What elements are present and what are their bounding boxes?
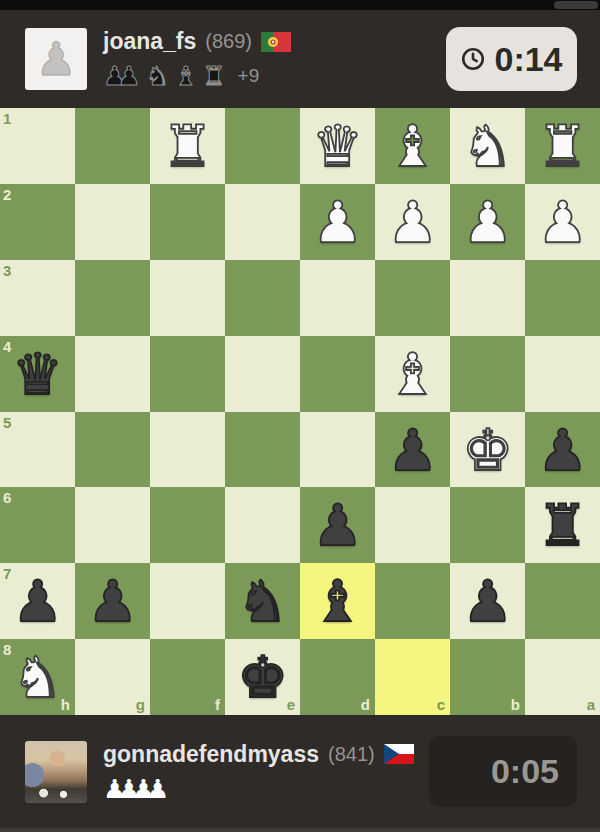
square-g4[interactable]	[75, 336, 150, 412]
square-d4[interactable]	[300, 336, 375, 412]
captured-black-knight: ♞	[146, 62, 169, 90]
white-bishop[interactable]: ♝	[375, 336, 450, 412]
bottom-player-avatar[interactable]	[25, 741, 87, 803]
square-e7[interactable]: ♞	[225, 563, 300, 639]
bottom-edge-strip	[0, 828, 600, 832]
top-player-clock: 0:14	[446, 27, 577, 91]
white-bishop[interactable]: ♝	[375, 108, 450, 184]
file-label-g: g	[136, 696, 145, 713]
square-c8[interactable]: c	[375, 639, 450, 715]
rank-label-2: 2	[3, 186, 11, 203]
czech-republic-flag-icon	[384, 744, 414, 764]
square-f5[interactable]	[150, 412, 225, 488]
captured-black-pawn: ♟	[117, 62, 140, 90]
file-label-b: b	[511, 696, 520, 713]
square-b8[interactable]: b	[450, 639, 525, 715]
square-b3[interactable]	[450, 260, 525, 336]
square-a8[interactable]: a	[525, 639, 600, 715]
square-h6[interactable]: 6	[0, 487, 75, 563]
square-h5[interactable]: 5	[0, 412, 75, 488]
chess-board: 1♜♛♝♞♜2♟♟♟♟3♛4♝5♟♚♟6♟♜♟7♟♞♝♟♞8hgf♚edcba	[0, 108, 600, 715]
square-b2[interactable]: ♟	[450, 184, 525, 260]
white-knight[interactable]: ♞	[450, 108, 525, 184]
white-queen[interactable]: ♛	[300, 108, 375, 184]
black-rook[interactable]: ♜	[525, 487, 600, 563]
black-pawn[interactable]: ♟	[525, 412, 600, 488]
square-c4[interactable]: ♝	[375, 336, 450, 412]
white-pawn[interactable]: ♟	[375, 184, 450, 260]
square-f7[interactable]	[150, 563, 225, 639]
top-clock-time: 0:14	[494, 40, 562, 79]
square-c3[interactable]	[375, 260, 450, 336]
square-b1[interactable]: ♞	[450, 108, 525, 184]
square-f3[interactable]	[150, 260, 225, 336]
square-a7[interactable]	[525, 563, 600, 639]
square-f8[interactable]: f	[150, 639, 225, 715]
square-b4[interactable]	[450, 336, 525, 412]
file-label-f: f	[215, 696, 220, 713]
rank-label-1: 1	[3, 110, 11, 127]
square-h3[interactable]: 3	[0, 260, 75, 336]
black-pawn[interactable]: ♟	[375, 412, 450, 488]
square-e6[interactable]	[225, 487, 300, 563]
square-f1[interactable]: ♜	[150, 108, 225, 184]
square-h7[interactable]: ♟7	[0, 563, 75, 639]
square-d1[interactable]: ♛	[300, 108, 375, 184]
square-g3[interactable]	[75, 260, 150, 336]
square-b5[interactable]: ♚	[450, 412, 525, 488]
square-e8[interactable]: ♚e	[225, 639, 300, 715]
square-g8[interactable]: g	[75, 639, 150, 715]
square-d3[interactable]	[300, 260, 375, 336]
square-b6[interactable]	[450, 487, 525, 563]
rank-label-7: 7	[3, 565, 11, 582]
file-label-d: d	[361, 696, 370, 713]
square-e3[interactable]	[225, 260, 300, 336]
captured-black-rook: ♜	[202, 62, 225, 90]
top-player-bar: ♟ joana_fs (869) ♟♟♞♝♜ +9 0:14	[0, 10, 600, 108]
white-rook[interactable]: ♜	[150, 108, 225, 184]
white-pawn[interactable]: ♟	[450, 184, 525, 260]
white-pawn[interactable]: ♟	[525, 184, 600, 260]
square-d6[interactable]: ♟	[300, 487, 375, 563]
black-knight[interactable]: ♞	[225, 563, 300, 639]
top-player-avatar[interactable]: ♟	[25, 28, 87, 90]
bottom-player-bar: gonnadefendmyass (841) ♟♟♟♟ 0:05	[0, 715, 600, 828]
square-g7[interactable]: ♟	[75, 563, 150, 639]
square-f2[interactable]	[150, 184, 225, 260]
white-rook[interactable]: ♜	[525, 108, 600, 184]
square-h1[interactable]: 1	[0, 108, 75, 184]
square-h8[interactable]: ♞8h	[0, 639, 75, 715]
top-player-rating: (869)	[205, 30, 252, 53]
white-pawn[interactable]: ♟	[300, 184, 375, 260]
file-label-h: h	[61, 696, 70, 713]
square-a6[interactable]: ♜	[525, 487, 600, 563]
square-c7[interactable]	[375, 563, 450, 639]
bottom-player-name[interactable]: gonnadefendmyass	[103, 741, 319, 768]
square-c2[interactable]: ♟	[375, 184, 450, 260]
square-d2[interactable]: ♟	[300, 184, 375, 260]
bottom-player-rating: (841)	[328, 743, 375, 766]
captured-black-bishop: ♝	[174, 62, 197, 90]
rank-label-5: 5	[3, 414, 11, 431]
square-a2[interactable]: ♟	[525, 184, 600, 260]
file-label-c: c	[437, 696, 445, 713]
square-h2[interactable]: 2	[0, 184, 75, 260]
pawn-avatar-icon: ♟	[35, 28, 76, 90]
bottom-player-info: gonnadefendmyass (841) ♟♟♟♟	[103, 741, 414, 803]
status-bar	[0, 0, 600, 10]
portugal-flag-icon	[261, 32, 291, 52]
square-e5[interactable]	[225, 412, 300, 488]
rank-label-4: 4	[3, 338, 11, 355]
square-a4[interactable]	[525, 336, 600, 412]
top-player-name[interactable]: joana_fs	[103, 28, 196, 55]
file-label-a: a	[587, 696, 595, 713]
square-d7[interactable]: ♝	[300, 563, 375, 639]
square-d5[interactable]	[300, 412, 375, 488]
square-a5[interactable]: ♟	[525, 412, 600, 488]
square-b7[interactable]: ♟	[450, 563, 525, 639]
square-c1[interactable]: ♝	[375, 108, 450, 184]
square-a1[interactable]: ♜	[525, 108, 600, 184]
status-bar-element	[554, 1, 598, 9]
bottom-player-clock: 0:05	[429, 736, 577, 807]
white-king[interactable]: ♚	[450, 412, 525, 488]
black-pawn[interactable]: ♟	[75, 563, 150, 639]
top-captured-pieces: ♟♟♞♝♜ +9	[103, 62, 291, 90]
square-d8[interactable]: d	[300, 639, 375, 715]
file-label-e: e	[287, 696, 295, 713]
black-pawn[interactable]: ♟	[300, 487, 375, 563]
clock-icon	[460, 46, 486, 72]
rank-label-3: 3	[3, 262, 11, 279]
bottom-clock-time: 0:05	[491, 752, 559, 791]
square-g2[interactable]	[75, 184, 150, 260]
rank-label-8: 8	[3, 641, 11, 658]
square-g5[interactable]	[75, 412, 150, 488]
square-e2[interactable]	[225, 184, 300, 260]
square-g1[interactable]	[75, 108, 150, 184]
rank-label-6: 6	[3, 489, 11, 506]
square-f4[interactable]	[150, 336, 225, 412]
captured-white-pawn: ♟	[146, 775, 169, 803]
square-g6[interactable]	[75, 487, 150, 563]
square-f6[interactable]	[150, 487, 225, 563]
square-h4[interactable]: ♛4	[0, 336, 75, 412]
top-player-info: joana_fs (869) ♟♟♞♝♜ +9	[103, 28, 291, 90]
material-score: +9	[238, 65, 260, 87]
square-a3[interactable]	[525, 260, 600, 336]
square-e1[interactable]	[225, 108, 300, 184]
black-bishop[interactable]: ♝	[300, 563, 375, 639]
square-c6[interactable]	[375, 487, 450, 563]
black-pawn[interactable]: ♟	[450, 563, 525, 639]
square-e4[interactable]	[225, 336, 300, 412]
square-c5[interactable]: ♟	[375, 412, 450, 488]
bottom-captured-pieces: ♟♟♟♟	[103, 775, 414, 803]
